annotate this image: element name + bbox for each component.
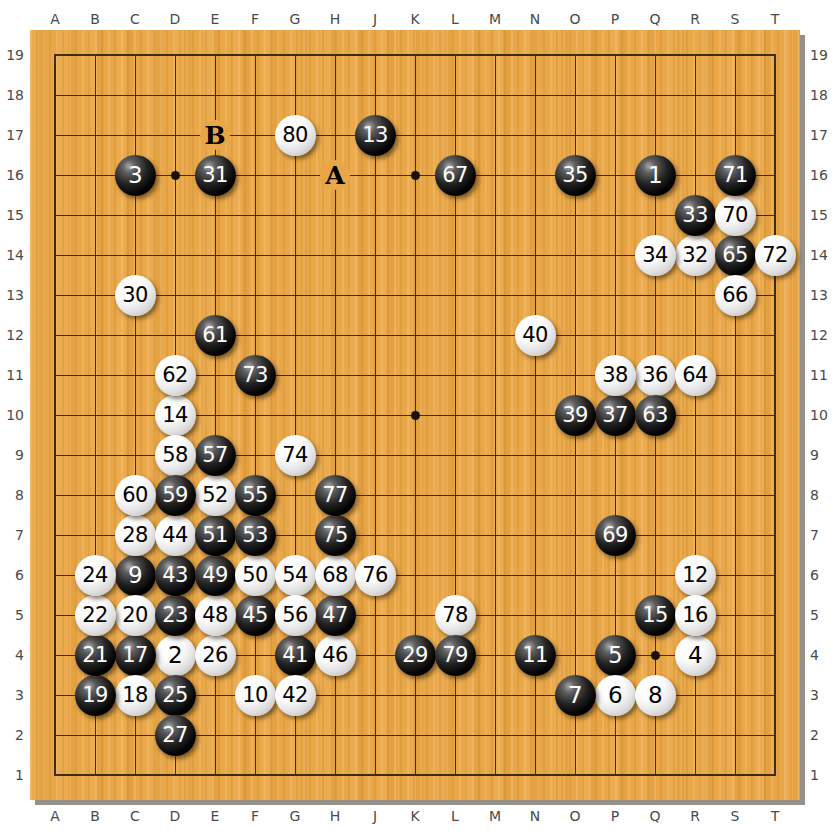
move-number: 10 — [242, 684, 268, 705]
coord-label-top: A — [35, 9, 75, 29]
stone-black-37[interactable]: 37 — [595, 395, 636, 436]
coord-label-bottom: O — [555, 806, 595, 826]
move-number: 43 — [162, 564, 188, 585]
grid-line-horizontal — [54, 774, 776, 776]
move-number: 31 — [202, 164, 228, 185]
coord-label-left: 7 — [0, 525, 24, 545]
coord-label-right: 8 — [810, 485, 835, 505]
move-number: 47 — [322, 604, 348, 625]
coord-label-top: G — [275, 9, 315, 29]
coord-label-top: O — [555, 9, 595, 29]
move-number: 17 — [122, 644, 148, 665]
move-number: 26 — [202, 644, 228, 665]
move-number: 75 — [322, 524, 348, 545]
coord-label-right: 14 — [810, 245, 835, 265]
coord-label-right: 11 — [810, 365, 835, 385]
move-number: 21 — [82, 644, 108, 665]
coord-label-left: 9 — [0, 445, 24, 465]
coord-label-left: 1 — [0, 765, 24, 785]
move-number: 8 — [648, 683, 662, 706]
move-number: 65 — [722, 244, 748, 265]
stone-black-31[interactable]: 31 — [195, 155, 236, 196]
stone-white-70[interactable]: 70 — [715, 195, 756, 236]
coord-label-bottom: B — [75, 806, 115, 826]
stone-white-46[interactable]: 46 — [315, 635, 356, 676]
stone-white-50[interactable]: 50 — [235, 555, 276, 596]
coord-label-top: F — [235, 9, 275, 29]
board-label-B: B — [200, 120, 230, 150]
coord-label-top: L — [435, 9, 475, 29]
coord-label-right: 9 — [810, 445, 835, 465]
stone-white-20[interactable]: 20 — [115, 595, 156, 636]
coord-label-left: 17 — [0, 125, 24, 145]
go-board[interactable]: AB12345678910111213141516171819202122232… — [30, 30, 800, 800]
move-number: 49 — [202, 564, 228, 585]
move-number: 53 — [242, 524, 268, 545]
move-number: 16 — [682, 604, 708, 625]
stone-black-29[interactable]: 29 — [395, 635, 436, 676]
stone-black-75[interactable]: 75 — [315, 515, 356, 556]
stone-white-44[interactable]: 44 — [155, 515, 196, 556]
move-number: 77 — [322, 484, 348, 505]
move-number: 24 — [82, 564, 108, 585]
stone-black-21[interactable]: 21 — [75, 635, 116, 676]
move-number: 78 — [442, 604, 468, 625]
coord-label-right: 10 — [810, 405, 835, 425]
coord-label-right: 6 — [810, 565, 835, 585]
stone-black-35[interactable]: 35 — [555, 155, 596, 196]
stone-black-33[interactable]: 33 — [675, 195, 716, 236]
coord-label-left: 4 — [0, 645, 24, 665]
move-number: 30 — [122, 284, 148, 305]
coord-label-right: 1 — [810, 765, 835, 785]
coord-label-left: 5 — [0, 605, 24, 625]
move-number: 34 — [642, 244, 668, 265]
move-number: 51 — [202, 524, 228, 545]
coord-label-right: 18 — [810, 85, 835, 105]
coord-label-bottom: L — [435, 806, 475, 826]
star-point — [171, 171, 180, 180]
move-number: 19 — [82, 684, 108, 705]
move-number: 72 — [762, 244, 788, 265]
coord-label-top: J — [355, 9, 395, 29]
stone-white-6[interactable]: 6 — [595, 675, 636, 716]
coord-label-right: 13 — [810, 285, 835, 305]
stone-black-47[interactable]: 47 — [315, 595, 356, 636]
stone-black-27[interactable]: 27 — [155, 715, 196, 756]
coord-label-right: 15 — [810, 205, 835, 225]
stone-black-71[interactable]: 71 — [715, 155, 756, 196]
move-number: 61 — [202, 324, 228, 345]
stone-white-66[interactable]: 66 — [715, 275, 756, 316]
move-number: 14 — [162, 404, 188, 425]
star-point — [651, 651, 660, 660]
stone-white-72[interactable]: 72 — [755, 235, 796, 276]
move-number: 52 — [202, 484, 228, 505]
move-number: 57 — [202, 444, 228, 465]
coord-label-bottom: D — [155, 806, 195, 826]
coord-label-top: M — [475, 9, 515, 29]
move-number: 59 — [162, 484, 188, 505]
move-number: 33 — [682, 204, 708, 225]
move-number: 37 — [602, 404, 628, 425]
move-number: 1 — [648, 163, 662, 186]
board-label-A: A — [320, 160, 350, 190]
stone-white-54[interactable]: 54 — [275, 555, 316, 596]
move-number: 73 — [242, 364, 268, 385]
stone-black-5[interactable]: 5 — [595, 635, 636, 676]
stone-white-62[interactable]: 62 — [155, 355, 196, 396]
move-number: 18 — [122, 684, 148, 705]
stone-white-12[interactable]: 12 — [675, 555, 716, 596]
move-number: 67 — [442, 164, 468, 185]
move-number: 39 — [562, 404, 588, 425]
stone-black-55[interactable]: 55 — [235, 475, 276, 516]
stone-white-28[interactable]: 28 — [115, 515, 156, 556]
coord-label-right: 17 — [810, 125, 835, 145]
coord-label-bottom: K — [395, 806, 435, 826]
coord-label-bottom: E — [195, 806, 235, 826]
coord-label-right: 12 — [810, 325, 835, 345]
coord-label-bottom: C — [115, 806, 155, 826]
stone-white-68[interactable]: 68 — [315, 555, 356, 596]
move-number: 63 — [642, 404, 668, 425]
stone-white-22[interactable]: 22 — [75, 595, 116, 636]
move-number: 38 — [602, 364, 628, 385]
stone-white-78[interactable]: 78 — [435, 595, 476, 636]
coord-label-top: Q — [635, 9, 675, 29]
stone-white-14[interactable]: 14 — [155, 395, 196, 436]
coord-label-bottom: H — [315, 806, 355, 826]
stone-black-41[interactable]: 41 — [275, 635, 316, 676]
move-number: 23 — [162, 604, 188, 625]
stone-white-48[interactable]: 48 — [195, 595, 236, 636]
grid-line-vertical — [495, 54, 496, 776]
coord-label-right: 2 — [810, 725, 835, 745]
star-point — [411, 171, 420, 180]
coord-label-left: 14 — [0, 245, 24, 265]
coord-label-top: P — [595, 9, 635, 29]
stone-white-38[interactable]: 38 — [595, 355, 636, 396]
stone-black-57[interactable]: 57 — [195, 435, 236, 476]
coord-label-top: B — [75, 9, 115, 29]
move-number: 70 — [722, 204, 748, 225]
move-number: 9 — [128, 563, 142, 586]
stone-white-64[interactable]: 64 — [675, 355, 716, 396]
stone-white-60[interactable]: 60 — [115, 475, 156, 516]
stone-black-59[interactable]: 59 — [155, 475, 196, 516]
coord-label-top: C — [115, 9, 155, 29]
move-number: 69 — [602, 524, 628, 545]
move-number: 41 — [282, 644, 308, 665]
stone-white-2[interactable]: 2 — [155, 635, 196, 676]
move-number: 80 — [282, 124, 308, 145]
move-number: 55 — [242, 484, 268, 505]
stone-white-34[interactable]: 34 — [635, 235, 676, 276]
move-number: 12 — [682, 564, 708, 585]
coord-label-left: 6 — [0, 565, 24, 585]
coord-label-top: R — [675, 9, 715, 29]
stone-white-56[interactable]: 56 — [275, 595, 316, 636]
move-number: 35 — [562, 164, 588, 185]
move-number: 44 — [162, 524, 188, 545]
stone-black-61[interactable]: 61 — [195, 315, 236, 356]
coord-label-left: 15 — [0, 205, 24, 225]
coord-label-right: 7 — [810, 525, 835, 545]
stone-black-17[interactable]: 17 — [115, 635, 156, 676]
stone-black-19[interactable]: 19 — [75, 675, 116, 716]
coord-label-bottom: F — [235, 806, 275, 826]
stone-black-39[interactable]: 39 — [555, 395, 596, 436]
coord-label-top: S — [715, 9, 755, 29]
move-number: 32 — [682, 244, 708, 265]
stone-white-80[interactable]: 80 — [275, 115, 316, 156]
move-number: 29 — [402, 644, 428, 665]
grid-line-vertical — [774, 54, 776, 776]
stone-white-8[interactable]: 8 — [635, 675, 676, 716]
coord-label-left: 12 — [0, 325, 24, 345]
move-number: 76 — [362, 564, 388, 585]
stone-white-18[interactable]: 18 — [115, 675, 156, 716]
coord-label-bottom: S — [715, 806, 755, 826]
move-number: 2 — [168, 643, 182, 666]
move-number: 50 — [242, 564, 268, 585]
coord-label-left: 3 — [0, 685, 24, 705]
coord-label-left: 11 — [0, 365, 24, 385]
stone-white-26[interactable]: 26 — [195, 635, 236, 676]
stone-black-3[interactable]: 3 — [115, 155, 156, 196]
move-number: 68 — [322, 564, 348, 585]
stone-black-69[interactable]: 69 — [595, 515, 636, 556]
stone-white-76[interactable]: 76 — [355, 555, 396, 596]
move-number: 79 — [442, 644, 468, 665]
move-number: 6 — [608, 683, 622, 706]
coord-label-left: 18 — [0, 85, 24, 105]
move-number: 48 — [202, 604, 228, 625]
coord-label-right: 19 — [810, 45, 835, 65]
stone-black-63[interactable]: 63 — [635, 395, 676, 436]
stone-white-10[interactable]: 10 — [235, 675, 276, 716]
coord-label-left: 10 — [0, 405, 24, 425]
stone-white-16[interactable]: 16 — [675, 595, 716, 636]
stone-white-4[interactable]: 4 — [675, 635, 716, 676]
coord-label-top: E — [195, 9, 235, 29]
coord-label-left: 2 — [0, 725, 24, 745]
coord-label-bottom: N — [515, 806, 555, 826]
stone-black-43[interactable]: 43 — [155, 555, 196, 596]
stone-black-77[interactable]: 77 — [315, 475, 356, 516]
move-number: 66 — [722, 284, 748, 305]
stone-white-30[interactable]: 30 — [115, 275, 156, 316]
coord-label-left: 8 — [0, 485, 24, 505]
move-number: 62 — [162, 364, 188, 385]
stone-white-52[interactable]: 52 — [195, 475, 236, 516]
move-number: 27 — [162, 724, 188, 745]
coord-label-bottom: R — [675, 806, 715, 826]
coord-label-bottom: A — [35, 806, 75, 826]
coord-label-left: 16 — [0, 165, 24, 185]
move-number: 36 — [642, 364, 668, 385]
coord-label-left: 19 — [0, 45, 24, 65]
move-number: 60 — [122, 484, 148, 505]
stone-black-7[interactable]: 7 — [555, 675, 596, 716]
stone-black-9[interactable]: 9 — [115, 555, 156, 596]
move-number: 64 — [682, 364, 708, 385]
move-number: 3 — [128, 163, 142, 186]
move-number: 11 — [522, 644, 548, 665]
stone-white-32[interactable]: 32 — [675, 235, 716, 276]
star-point — [411, 411, 420, 420]
coord-label-bottom: M — [475, 806, 515, 826]
stone-black-11[interactable]: 11 — [515, 635, 556, 676]
stone-white-74[interactable]: 74 — [275, 435, 316, 476]
stone-black-23[interactable]: 23 — [155, 595, 196, 636]
move-number: 56 — [282, 604, 308, 625]
stone-black-73[interactable]: 73 — [235, 355, 276, 396]
move-number: 74 — [282, 444, 308, 465]
move-number: 15 — [642, 604, 668, 625]
coord-label-right: 16 — [810, 165, 835, 185]
move-number: 42 — [282, 684, 308, 705]
coord-label-bottom: Q — [635, 806, 675, 826]
move-number: 54 — [282, 564, 308, 585]
stone-black-15[interactable]: 15 — [635, 595, 676, 636]
stone-black-49[interactable]: 49 — [195, 555, 236, 596]
move-number: 5 — [608, 643, 622, 666]
stone-black-65[interactable]: 65 — [715, 235, 756, 276]
stone-white-40[interactable]: 40 — [515, 315, 556, 356]
coord-label-bottom: G — [275, 806, 315, 826]
move-number: 46 — [322, 644, 348, 665]
stone-white-42[interactable]: 42 — [275, 675, 316, 716]
stone-white-24[interactable]: 24 — [75, 555, 116, 596]
stone-black-45[interactable]: 45 — [235, 595, 276, 636]
coord-label-top: T — [755, 9, 795, 29]
move-number: 4 — [688, 643, 702, 666]
stone-black-51[interactable]: 51 — [195, 515, 236, 556]
coord-label-top: D — [155, 9, 195, 29]
stone-black-1[interactable]: 1 — [635, 155, 676, 196]
stone-black-13[interactable]: 13 — [355, 115, 396, 156]
coord-label-left: 13 — [0, 285, 24, 305]
move-number: 58 — [162, 444, 188, 465]
move-number: 40 — [522, 324, 548, 345]
stone-white-36[interactable]: 36 — [635, 355, 676, 396]
coord-label-bottom: P — [595, 806, 635, 826]
stone-black-67[interactable]: 67 — [435, 155, 476, 196]
move-number: 13 — [362, 124, 388, 145]
stone-white-58[interactable]: 58 — [155, 435, 196, 476]
coord-label-bottom: T — [755, 806, 795, 826]
move-number: 20 — [122, 604, 148, 625]
move-number: 22 — [82, 604, 108, 625]
coord-label-top: N — [515, 9, 555, 29]
coord-label-top: K — [395, 9, 435, 29]
stone-black-79[interactable]: 79 — [435, 635, 476, 676]
coord-label-top: H — [315, 9, 355, 29]
move-number: 28 — [122, 524, 148, 545]
move-number: 71 — [722, 164, 748, 185]
move-number: 45 — [242, 604, 268, 625]
coord-label-right: 3 — [810, 685, 835, 705]
coord-label-right: 4 — [810, 645, 835, 665]
move-number: 25 — [162, 684, 188, 705]
coord-label-bottom: J — [355, 806, 395, 826]
stone-black-53[interactable]: 53 — [235, 515, 276, 556]
move-number: 7 — [568, 683, 582, 706]
stone-black-25[interactable]: 25 — [155, 675, 196, 716]
coord-label-right: 5 — [810, 605, 835, 625]
